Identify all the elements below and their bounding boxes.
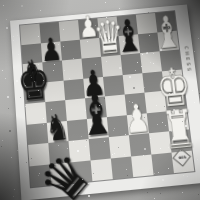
chess-board: ♟♛♟♝♝♞♚♟♚♞♝♟♜♛ CHESS ♚♛♞: [10, 4, 200, 200]
piece-black-queen-fallen: ♛: [31, 144, 104, 200]
piece-black-bishop: ♝: [112, 13, 146, 60]
piece-white-bishop: ♝: [150, 9, 185, 55]
piece-black-bishop: ♝: [76, 86, 117, 145]
board-logo-glyphs: ♚♛♞: [178, 154, 186, 160]
piece-black-king: ♚: [16, 56, 52, 109]
photo-background: ♟♛♟♝♝♞♚♟♚♞♝♟♜♛ CHESS ♚♛♞: [0, 0, 200, 200]
piece-white-pawn: ♟: [123, 98, 153, 140]
pieces-layer: ♟♛♟♝♝♞♚♟♚♞♝♟♜♛: [20, 11, 194, 187]
